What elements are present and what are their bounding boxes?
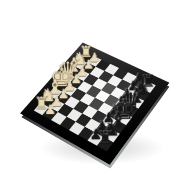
chess-set-photo: ♜♜♟♟♟♟♜♜♞♞♟♟♟♟♞♞♝♝♟♟♟♟♝♝♛♛♟♟♟♟♛♛♚♚♟♟♟♟♚♚… [0, 0, 190, 183]
perspective-scene: ♜♜♟♟♟♟♜♜♞♞♟♟♟♟♞♞♝♝♟♟♟♟♝♝♛♛♟♟♟♟♛♛♚♚♟♟♟♟♚♚… [0, 0, 190, 183]
board-grid: ♜♜♟♟♟♟♜♜♞♞♟♟♟♟♞♞♝♝♟♟♟♟♝♝♛♛♟♟♟♟♛♛♚♚♟♟♟♟♚♚… [34, 52, 156, 151]
chess-board: ♜♜♟♟♟♟♜♜♞♞♟♟♟♟♞♞♝♝♟♟♟♟♝♝♛♛♟♟♟♟♛♛♚♚♟♟♟♟♚♚… [20, 42, 170, 164]
piece-white-pawn: ♟ [44, 102, 56, 115]
piece-black-rook: ♜ [98, 129, 113, 146]
board-tilt-wrapper: ♜♜♟♟♟♟♜♜♞♞♟♟♟♟♞♞♝♝♟♟♟♟♝♝♛♛♟♟♟♟♛♛♚♚♟♟♟♟♚♚… [0, 0, 190, 183]
